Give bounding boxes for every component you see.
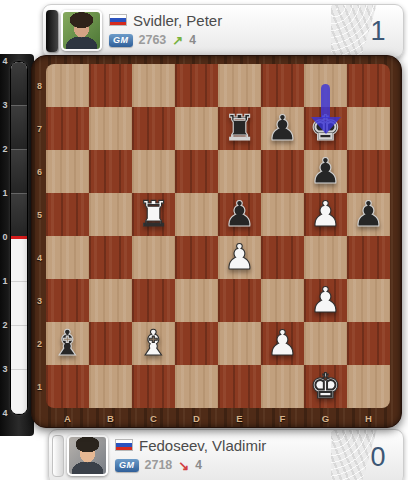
score-zone-bottom: 0 [331, 430, 403, 480]
last-move-arrow-shaft [321, 84, 330, 118]
rank-label-6: 6 [34, 167, 45, 177]
square-g4[interactable] [304, 236, 347, 279]
square-c2[interactable]: ♝ [132, 322, 175, 365]
square-b2[interactable] [89, 322, 132, 365]
square-a2[interactable]: ♝ [46, 322, 89, 365]
square-h8[interactable] [347, 64, 390, 107]
square-g5[interactable]: ♟ [304, 193, 347, 236]
player-name-top: Svidler, Peter [133, 12, 222, 29]
chess-board: ♜♟♚♟♜♟♟♟♟♟♝♝♟♚ 87654321ABCDEFGH [31, 55, 402, 428]
eval-scale-label: 4 [0, 408, 10, 418]
square-h6[interactable] [347, 150, 390, 193]
black-color-indicator [46, 10, 58, 52]
file-label-h: H [347, 411, 390, 427]
square-a5[interactable] [46, 193, 89, 236]
white-color-indicator [52, 435, 64, 477]
square-b6[interactable] [89, 150, 132, 193]
eval-marker-line [11, 236, 27, 239]
square-e5[interactable]: ♟ [218, 193, 261, 236]
square-b7[interactable] [89, 107, 132, 150]
rank-label-1: 1 [34, 382, 45, 392]
square-f2[interactable]: ♟ [261, 322, 304, 365]
square-b3[interactable] [89, 279, 132, 322]
white-pawn[interactable]: ♟ [310, 279, 341, 322]
black-pawn[interactable]: ♟ [224, 193, 255, 236]
square-f6[interactable] [261, 150, 304, 193]
square-h3[interactable] [347, 279, 390, 322]
square-f4[interactable] [261, 236, 304, 279]
square-f7[interactable]: ♟ [261, 107, 304, 150]
square-a3[interactable] [46, 279, 89, 322]
square-c7[interactable] [132, 107, 175, 150]
square-a4[interactable] [46, 236, 89, 279]
square-a6[interactable] [46, 150, 89, 193]
russia-flag-icon [109, 14, 127, 26]
square-g3[interactable]: ♟ [304, 279, 347, 322]
player-card-top[interactable]: Svidler, Peter GM 2763 ↗ 4 1 [42, 4, 404, 58]
black-pawn[interactable]: ♟ [267, 107, 298, 150]
square-e1[interactable] [218, 365, 261, 408]
score-zone-top: 1 [331, 5, 403, 57]
square-f3[interactable] [261, 279, 304, 322]
square-e2[interactable] [218, 322, 261, 365]
square-f5[interactable] [261, 193, 304, 236]
rating-trend-value-top: 4 [189, 33, 196, 47]
eval-scale-label: 1 [0, 188, 10, 198]
square-h4[interactable] [347, 236, 390, 279]
eval-segment-white [11, 370, 27, 414]
eval-scale-label: 1 [0, 276, 10, 286]
white-rook[interactable]: ♜ [138, 193, 169, 236]
player-avatar-top [61, 10, 102, 51]
black-pawn[interactable]: ♟ [353, 193, 384, 236]
eval-scale-label: 0 [0, 232, 10, 242]
rank-label-5: 5 [34, 210, 45, 220]
rating-trend-value-bottom: 4 [195, 458, 202, 472]
rank-label-7: 7 [34, 124, 45, 134]
rank-label-3: 3 [34, 296, 45, 306]
square-h5[interactable]: ♟ [347, 193, 390, 236]
title-badge-bottom: GM [115, 459, 139, 472]
white-pawn[interactable]: ♟ [310, 193, 341, 236]
file-label-a: A [46, 411, 89, 427]
eval-segment-black [11, 194, 27, 238]
square-d7[interactable] [175, 107, 218, 150]
white-king[interactable]: ♚ [310, 365, 341, 408]
eval-scale-label: 4 [0, 56, 10, 66]
square-b1[interactable] [89, 365, 132, 408]
eval-scale-label: 2 [0, 144, 10, 154]
title-badge-top: GM [109, 34, 133, 47]
eval-segment-white [11, 282, 27, 326]
file-label-d: D [175, 411, 218, 427]
white-pawn[interactable]: ♟ [267, 322, 298, 365]
eval-segment-black [11, 150, 27, 194]
square-c8[interactable] [132, 64, 175, 107]
file-label-g: G [304, 411, 347, 427]
eval-segment-white [11, 238, 27, 282]
file-label-b: B [89, 411, 132, 427]
rank-label-8: 8 [34, 81, 45, 91]
square-g2[interactable] [304, 322, 347, 365]
square-e3[interactable] [218, 279, 261, 322]
russia-flag-icon [115, 439, 133, 451]
rating-trend-up-icon: ↗ [172, 33, 183, 48]
square-c3[interactable] [132, 279, 175, 322]
square-a1[interactable] [46, 365, 89, 408]
eval-segment-black [11, 62, 27, 106]
rank-label-4: 4 [34, 253, 45, 263]
eval-scale-label: 3 [0, 100, 10, 110]
file-label-c: C [132, 411, 175, 427]
white-pawn[interactable]: ♟ [224, 236, 255, 279]
square-h2[interactable] [347, 322, 390, 365]
rank-label-2: 2 [34, 339, 45, 349]
square-d1[interactable] [175, 365, 218, 408]
square-c4[interactable] [132, 236, 175, 279]
square-e4[interactable]: ♟ [218, 236, 261, 279]
square-c5[interactable]: ♜ [132, 193, 175, 236]
player-card-bottom[interactable]: Fedoseev, Vladimir GM 2718 ↘ 4 0 [48, 429, 404, 480]
square-e6[interactable] [218, 150, 261, 193]
square-d2[interactable] [175, 322, 218, 365]
square-h7[interactable] [347, 107, 390, 150]
rating-bottom: 2718 [145, 458, 173, 472]
square-d5[interactable] [175, 193, 218, 236]
square-c6[interactable] [132, 150, 175, 193]
square-a7[interactable] [46, 107, 89, 150]
square-b8[interactable] [89, 64, 132, 107]
square-g6[interactable]: ♟ [304, 150, 347, 193]
square-d8[interactable] [175, 64, 218, 107]
eval-segment-white [11, 326, 27, 370]
square-a8[interactable] [46, 64, 89, 107]
rating-top: 2763 [139, 33, 167, 47]
square-h1[interactable] [347, 365, 390, 408]
square-d4[interactable] [175, 236, 218, 279]
score-bottom: 0 [357, 430, 399, 480]
evaluation-bar-panel: 432101234 [0, 54, 34, 436]
player-name-bottom: Fedoseev, Vladimir [139, 437, 266, 454]
black-pawn[interactable]: ♟ [310, 150, 341, 193]
square-f8[interactable] [261, 64, 304, 107]
last-move-arrow-head [311, 117, 341, 134]
square-e8[interactable] [218, 64, 261, 107]
black-bishop[interactable]: ♝ [52, 322, 83, 365]
square-d3[interactable] [175, 279, 218, 322]
evaluation-gauge [10, 61, 28, 415]
square-f1[interactable] [261, 365, 304, 408]
eval-scale-label: 3 [0, 364, 10, 374]
white-bishop[interactable]: ♝ [138, 322, 169, 365]
eval-scale-label: 2 [0, 320, 10, 330]
rating-trend-down-icon: ↘ [178, 458, 189, 473]
black-rook[interactable]: ♜ [224, 107, 255, 150]
square-d6[interactable] [175, 150, 218, 193]
square-b5[interactable] [89, 193, 132, 236]
square-e7[interactable]: ♜ [218, 107, 261, 150]
square-c1[interactable] [132, 365, 175, 408]
square-b4[interactable] [89, 236, 132, 279]
player-avatar-bottom [67, 435, 108, 476]
file-label-e: E [218, 411, 261, 427]
score-top: 1 [357, 5, 399, 57]
file-label-f: F [261, 411, 304, 427]
eval-segment-black [11, 106, 27, 150]
square-g1[interactable]: ♚ [304, 365, 347, 408]
